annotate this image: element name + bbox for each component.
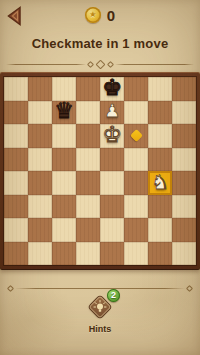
square-f5[interactable] (124, 148, 148, 172)
square-f1[interactable] (124, 242, 148, 266)
square-e5[interactable] (100, 148, 124, 172)
square-g1[interactable] (148, 242, 172, 266)
white-knight[interactable]: ♞ (148, 172, 172, 192)
square-d8[interactable] (76, 77, 100, 101)
square-b4[interactable] (28, 171, 52, 195)
square-a6[interactable] (4, 124, 28, 148)
square-h7[interactable] (172, 101, 196, 125)
app-screen: ★ 0 Checkmate in 1 move ♚♛♟♚♞ (0, 0, 200, 355)
square-a1[interactable] (4, 242, 28, 266)
coin-icon: ★ (85, 7, 101, 23)
square-h8[interactable] (172, 77, 196, 101)
square-d2[interactable] (76, 218, 100, 242)
square-c7[interactable]: ♛ (52, 101, 76, 125)
black-king[interactable]: ♚ (100, 77, 124, 99)
puzzle-title: Checkmate in 1 move (0, 36, 200, 51)
square-c2[interactable] (52, 218, 76, 242)
square-h2[interactable] (172, 218, 196, 242)
hints-section: 2 Hints (0, 292, 200, 334)
square-d1[interactable] (76, 242, 100, 266)
top-bar: ★ 0 (0, 0, 200, 30)
coin-count: 0 (107, 7, 115, 24)
board-grid: ♚♛♟♚♞ (4, 77, 196, 265)
square-b1[interactable] (28, 242, 52, 266)
chess-board: ♚♛♟♚♞ (0, 72, 200, 270)
square-a8[interactable] (4, 77, 28, 101)
square-f3[interactable] (124, 195, 148, 219)
square-c1[interactable] (52, 242, 76, 266)
square-b3[interactable] (28, 195, 52, 219)
square-c4[interactable] (52, 171, 76, 195)
square-h1[interactable] (172, 242, 196, 266)
square-b6[interactable] (28, 124, 52, 148)
move-target-marker[interactable] (130, 129, 143, 142)
square-d5[interactable] (76, 148, 100, 172)
ornament-divider-bottom (6, 285, 194, 292)
square-f8[interactable] (124, 77, 148, 101)
square-e3[interactable] (100, 195, 124, 219)
square-h4[interactable] (172, 171, 196, 195)
white-pawn[interactable]: ♟ (100, 103, 124, 121)
coin-counter: ★ 0 (0, 0, 200, 30)
square-g7[interactable] (148, 101, 172, 125)
ornament-divider-top (6, 61, 194, 68)
square-d3[interactable] (76, 195, 100, 219)
hints-count-badge: 2 (107, 289, 120, 302)
square-b7[interactable] (28, 101, 52, 125)
square-e7[interactable]: ♟ (100, 101, 124, 125)
square-d6[interactable] (76, 124, 100, 148)
square-a7[interactable] (4, 101, 28, 125)
square-f7[interactable] (124, 101, 148, 125)
square-c6[interactable] (52, 124, 76, 148)
square-g6[interactable] (148, 124, 172, 148)
square-d7[interactable] (76, 101, 100, 125)
square-h3[interactable] (172, 195, 196, 219)
lightbulb-icon (92, 299, 108, 315)
square-g4[interactable]: ♞ (148, 171, 172, 195)
square-a4[interactable] (4, 171, 28, 195)
square-g2[interactable] (148, 218, 172, 242)
square-f2[interactable] (124, 218, 148, 242)
square-c5[interactable] (52, 148, 76, 172)
black-queen[interactable]: ♛ (52, 101, 76, 123)
square-a3[interactable] (4, 195, 28, 219)
square-d4[interactable] (76, 171, 100, 195)
square-e6[interactable]: ♚ (100, 124, 124, 148)
square-e8[interactable]: ♚ (100, 77, 124, 101)
square-e4[interactable] (100, 171, 124, 195)
square-c3[interactable] (52, 195, 76, 219)
square-f4[interactable] (124, 171, 148, 195)
square-b2[interactable] (28, 218, 52, 242)
square-c8[interactable] (52, 77, 76, 101)
hints-label: Hints (89, 324, 112, 334)
square-g8[interactable] (148, 77, 172, 101)
square-e2[interactable] (100, 218, 124, 242)
square-h5[interactable] (172, 148, 196, 172)
square-a5[interactable] (4, 148, 28, 172)
square-b5[interactable] (28, 148, 52, 172)
square-b8[interactable] (28, 77, 52, 101)
coin-star-icon: ★ (89, 11, 96, 19)
square-e1[interactable] (100, 242, 124, 266)
square-g3[interactable] (148, 195, 172, 219)
white-king[interactable]: ♚ (100, 124, 124, 146)
square-h6[interactable] (172, 124, 196, 148)
hints-button[interactable]: 2 (85, 292, 115, 322)
square-g5[interactable] (148, 148, 172, 172)
square-a2[interactable] (4, 218, 28, 242)
square-f6[interactable] (124, 124, 148, 148)
